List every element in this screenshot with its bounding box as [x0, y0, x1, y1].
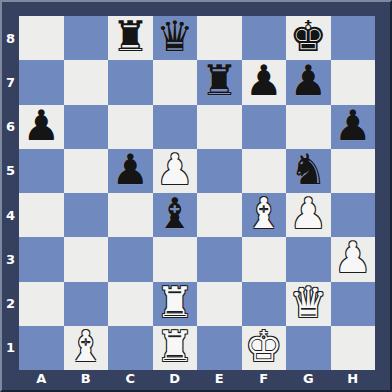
rank-label-7: 7 [2, 60, 19, 104]
square-e7[interactable]: ♜ [197, 60, 242, 104]
square-e4[interactable] [197, 193, 242, 237]
square-d7[interactable] [153, 60, 198, 104]
square-d3[interactable] [153, 237, 198, 281]
rank-label-4: 4 [2, 193, 19, 237]
square-f1[interactable]: ♚ [242, 326, 287, 370]
square-f6[interactable] [242, 105, 287, 149]
square-b4[interactable] [64, 193, 109, 237]
white-rook[interactable]: ♜ [156, 326, 194, 369]
black-pawn[interactable]: ♟ [334, 105, 372, 148]
black-rook[interactable]: ♜ [111, 16, 149, 59]
square-f8[interactable] [242, 16, 287, 60]
square-h6[interactable]: ♟ [331, 105, 376, 149]
rank-label-8: 8 [2, 16, 19, 60]
black-knight[interactable]: ♞ [289, 149, 327, 192]
file-label-b: B [64, 370, 109, 387]
white-pawn[interactable]: ♟ [156, 149, 194, 192]
square-f5[interactable] [242, 149, 287, 193]
square-b6[interactable] [64, 105, 109, 149]
rank-label-2: 2 [2, 282, 19, 326]
square-f2[interactable] [242, 282, 287, 326]
white-rook[interactable]: ♜ [156, 282, 194, 325]
square-a5[interactable] [19, 149, 64, 193]
square-g2[interactable]: ♛ [286, 282, 331, 326]
square-d4[interactable]: ♝ [153, 193, 198, 237]
square-f4[interactable]: ♝ [242, 193, 287, 237]
square-h4[interactable] [331, 193, 376, 237]
square-c1[interactable] [108, 326, 153, 370]
square-c6[interactable] [108, 105, 153, 149]
black-rook[interactable]: ♜ [200, 60, 238, 103]
square-c7[interactable] [108, 60, 153, 104]
square-c3[interactable] [108, 237, 153, 281]
square-h7[interactable] [331, 60, 376, 104]
square-h5[interactable] [331, 149, 376, 193]
square-e1[interactable] [197, 326, 242, 370]
file-label-e: E [197, 370, 242, 387]
white-king[interactable]: ♚ [245, 326, 283, 369]
square-e5[interactable] [197, 149, 242, 193]
square-a3[interactable] [19, 237, 64, 281]
square-b3[interactable] [64, 237, 109, 281]
chessboard-frame: 87654321 ♜♛♚♜♟♟♟♟♟♟♞♝♝♟♟♜♛♝♜♚ ABCDEFGH [0, 0, 392, 392]
square-b7[interactable] [64, 60, 109, 104]
file-labels: ABCDEFGH [19, 370, 375, 387]
black-pawn[interactable]: ♟ [111, 149, 149, 192]
file-label-a: A [19, 370, 64, 387]
square-a2[interactable] [19, 282, 64, 326]
square-f7[interactable]: ♟ [242, 60, 287, 104]
square-c5[interactable]: ♟ [108, 149, 153, 193]
square-g8[interactable]: ♚ [286, 16, 331, 60]
black-king[interactable]: ♚ [289, 16, 327, 59]
square-h8[interactable] [331, 16, 376, 60]
square-b2[interactable] [64, 282, 109, 326]
white-bishop[interactable]: ♝ [245, 193, 283, 236]
chess-board[interactable]: ♜♛♚♜♟♟♟♟♟♟♞♝♝♟♟♜♛♝♜♚ [19, 16, 375, 370]
square-f3[interactable] [242, 237, 287, 281]
square-c4[interactable] [108, 193, 153, 237]
square-e2[interactable] [197, 282, 242, 326]
square-b8[interactable] [64, 16, 109, 60]
square-e6[interactable] [197, 105, 242, 149]
square-h3[interactable]: ♟ [331, 237, 376, 281]
square-b5[interactable] [64, 149, 109, 193]
square-g1[interactable] [286, 326, 331, 370]
black-queen[interactable]: ♛ [156, 16, 194, 59]
rank-label-5: 5 [2, 149, 19, 193]
square-d6[interactable] [153, 105, 198, 149]
square-g7[interactable]: ♟ [286, 60, 331, 104]
square-g6[interactable] [286, 105, 331, 149]
file-label-c: C [108, 370, 153, 387]
black-pawn[interactable]: ♟ [22, 105, 60, 148]
rank-label-3: 3 [2, 237, 19, 281]
square-a4[interactable] [19, 193, 64, 237]
square-e3[interactable] [197, 237, 242, 281]
square-d8[interactable]: ♛ [153, 16, 198, 60]
rank-label-6: 6 [2, 105, 19, 149]
square-b1[interactable]: ♝ [64, 326, 109, 370]
square-g3[interactable] [286, 237, 331, 281]
white-bishop[interactable]: ♝ [67, 326, 105, 369]
square-a6[interactable]: ♟ [19, 105, 64, 149]
white-pawn[interactable]: ♟ [289, 193, 327, 236]
square-d2[interactable]: ♜ [153, 282, 198, 326]
rank-label-1: 1 [2, 326, 19, 370]
square-d1[interactable]: ♜ [153, 326, 198, 370]
white-pawn[interactable]: ♟ [334, 237, 372, 280]
square-c2[interactable] [108, 282, 153, 326]
black-bishop[interactable]: ♝ [156, 193, 194, 236]
file-label-f: F [242, 370, 287, 387]
black-pawn[interactable]: ♟ [289, 60, 327, 103]
black-pawn[interactable]: ♟ [245, 60, 283, 103]
square-h1[interactable] [331, 326, 376, 370]
square-g5[interactable]: ♞ [286, 149, 331, 193]
square-c8[interactable]: ♜ [108, 16, 153, 60]
square-a1[interactable] [19, 326, 64, 370]
rank-labels: 87654321 [2, 16, 19, 370]
square-d5[interactable]: ♟ [153, 149, 198, 193]
square-e8[interactable] [197, 16, 242, 60]
white-queen[interactable]: ♛ [289, 282, 327, 325]
square-a7[interactable] [19, 60, 64, 104]
file-label-d: D [153, 370, 198, 387]
square-g4[interactable]: ♟ [286, 193, 331, 237]
file-label-h: H [331, 370, 376, 387]
file-label-g: G [286, 370, 331, 387]
square-h2[interactable] [331, 282, 376, 326]
square-a8[interactable] [19, 16, 64, 60]
